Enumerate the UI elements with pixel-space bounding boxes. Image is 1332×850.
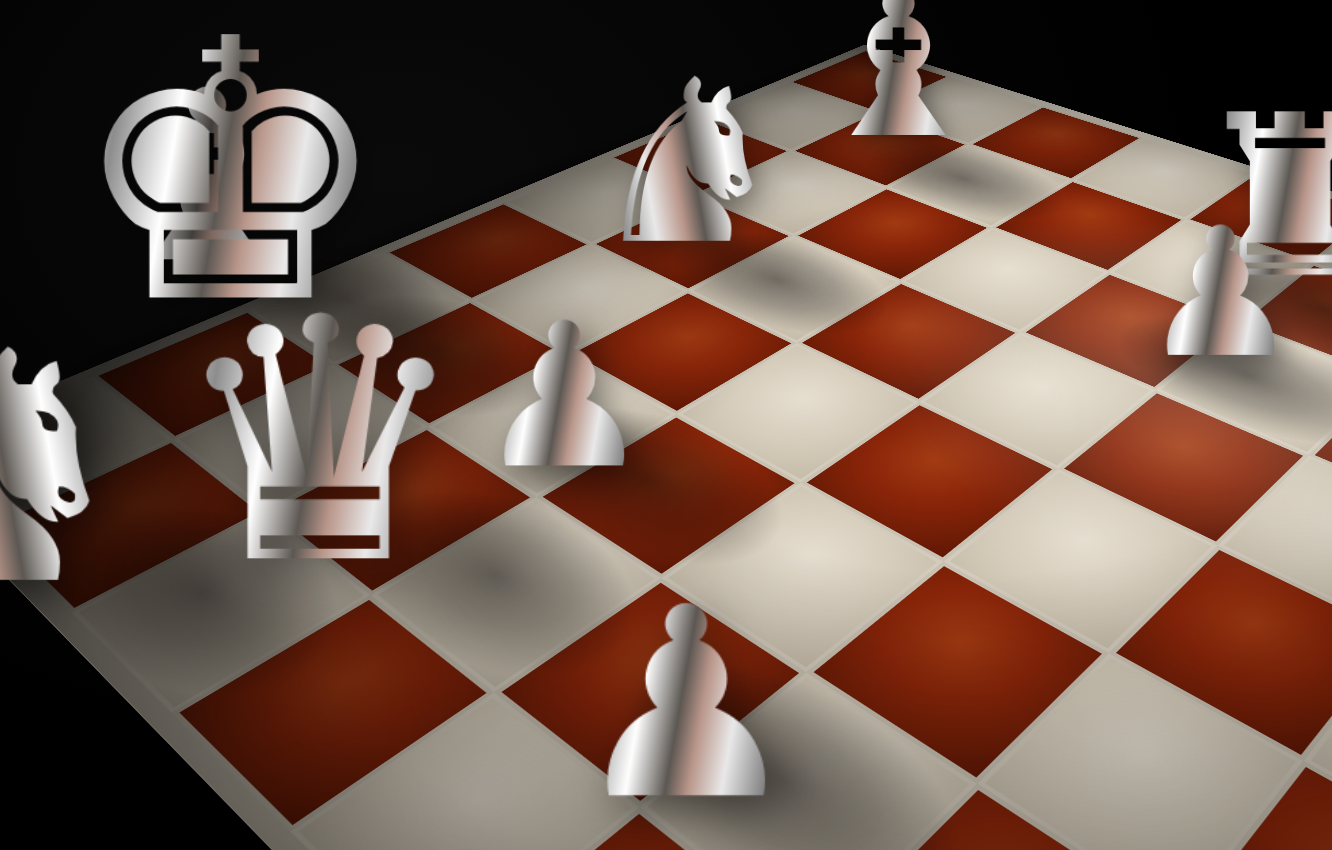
piece-knight-c5[interactable]: ♞	[586, 50, 788, 276]
pawn-icon: ♟	[568, 572, 804, 835]
pawn-icon: ♟	[475, 296, 654, 496]
piece-bishop-c7[interactable]: ♝	[808, 0, 989, 166]
chessboard: ♝♞♝♜♚♟♜♟♛♞♟	[0, 45, 1332, 850]
piece-pawn-d3[interactable]: ♟	[475, 296, 654, 496]
piece-pawn-f2[interactable]: ♟	[568, 572, 804, 835]
queen-icon: ♛	[169, 274, 471, 611]
bishop-icon: ♝	[808, 0, 989, 166]
piece-knight-c1[interactable]: ♞	[0, 310, 141, 629]
piece-queen-d2[interactable]: ♛	[169, 274, 471, 611]
scene-background: ♝♞♝♜♚♟♜♟♛♞♟	[0, 0, 1332, 850]
pawn-icon: ♟	[1140, 203, 1300, 382]
piece-pawn-f6[interactable]: ♟	[1140, 203, 1300, 382]
knight-icon: ♞	[586, 50, 788, 276]
knight-icon: ♞	[0, 310, 141, 629]
